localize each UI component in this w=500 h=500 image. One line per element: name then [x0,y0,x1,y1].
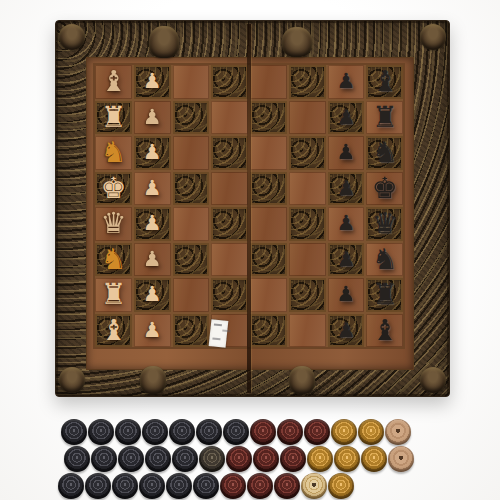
square-a6[interactable]: ♞ [95,136,132,170]
square-h1[interactable]: ♝ [366,314,403,348]
yellow-draughts-piece[interactable] [334,446,360,472]
maroon-draughts-piece[interactable] [247,473,273,499]
white-pawn-b7[interactable]: ♟ [143,107,162,128]
draughts-row-2 [64,445,414,472]
lot-sticker [209,319,229,348]
square-f2[interactable] [289,278,326,312]
white-pawn-b3[interactable]: ♟ [143,249,162,270]
yellow-draughts-piece[interactable] [307,446,333,472]
square-g1[interactable]: ♟ [328,314,365,348]
black-knight-h3[interactable]: ♞ [372,245,398,274]
white-bishop-a1[interactable]: ♝ [100,316,126,345]
white-rook-a2[interactable]: ♜ [100,280,126,309]
maroon-draughts-piece[interactable] [226,446,252,472]
maroon-draughts-piece[interactable] [277,419,303,445]
white-king-a5[interactable]: ♚ [100,174,126,203]
carved-corner-rosette [420,367,446,393]
square-h2[interactable]: ♜ [366,278,403,312]
square-c5[interactable] [173,172,210,206]
white-pawn-b8[interactable]: ♟ [143,71,162,92]
draughts-pieces-tray [58,418,414,499]
black-queen-h4[interactable]: ♛ [372,209,398,238]
black-king-h5[interactable]: ♚ [372,174,398,203]
square-f4[interactable] [289,207,326,241]
maroon-draughts-piece[interactable] [304,419,330,445]
square-h5[interactable]: ♚ [366,172,403,206]
black-pawn-g2[interactable]: ♟ [336,284,355,305]
square-f7[interactable] [289,101,326,135]
black-draughts-piece[interactable] [166,473,192,499]
carved-corner-rosette [59,24,85,50]
square-a4[interactable]: ♛ [95,207,132,241]
maroon-draughts-piece[interactable] [274,473,300,499]
square-g7[interactable]: ♟ [328,101,365,135]
carved-mask-ornament [149,26,179,58]
square-g5[interactable]: ♟ [328,172,365,206]
draughts-row-3 [58,472,414,499]
white-knight-a3[interactable]: ♞ [100,245,126,274]
white-bishop-a8[interactable]: ♝ [100,67,126,96]
yellow-draughts-piece[interactable] [361,446,387,472]
black-draughts-piece[interactable] [85,473,111,499]
square-e5[interactable] [250,172,287,206]
black-draughts-piece[interactable] [172,446,198,472]
black-bishop-h8[interactable]: ♝ [372,67,398,96]
black-draughts-piece[interactable] [145,446,171,472]
draughts-row-1 [61,418,414,445]
square-c2[interactable] [173,278,210,312]
square-f8[interactable] [289,65,326,99]
black-draughts-piece[interactable] [91,446,117,472]
square-e7[interactable] [250,101,287,135]
carved-corner-rosette [59,367,85,393]
square-g6[interactable]: ♟ [328,136,365,170]
black-draughts-piece[interactable] [112,473,138,499]
maroon-draughts-piece[interactable] [220,473,246,499]
square-h4[interactable]: ♛ [366,207,403,241]
square-f6[interactable] [289,136,326,170]
black-pawn-g1[interactable]: ♟ [336,320,355,341]
square-a2[interactable]: ♜ [95,278,132,312]
yellow-draughts-piece[interactable] [358,419,384,445]
black-pawn-g7[interactable]: ♟ [336,107,355,128]
pale-draughts-piece[interactable] [301,473,327,499]
square-g4[interactable]: ♟ [328,207,365,241]
square-b7[interactable]: ♟ [134,101,171,135]
square-d6[interactable] [211,136,248,170]
white-rook-a7[interactable]: ♜ [100,103,126,132]
black-draughts-piece[interactable] [196,419,222,445]
black-draughts-piece[interactable] [193,473,219,499]
square-g3[interactable]: ♟ [328,243,365,277]
square-b6[interactable]: ♟ [134,136,171,170]
white-pawn-b4[interactable]: ♟ [143,213,162,234]
square-b3[interactable]: ♟ [134,243,171,277]
square-f5[interactable] [289,172,326,206]
black-draughts-piece[interactable] [115,419,141,445]
square-a7[interactable]: ♜ [95,101,132,135]
maroon-draughts-piece[interactable] [253,446,279,472]
square-c1[interactable] [173,314,210,348]
square-f1[interactable] [289,314,326,348]
carved-mask-ornament [282,27,312,57]
black-pawn-g8[interactable]: ♟ [336,71,355,92]
photo-backdrop: ♝♟♟♝♜♟♟♜♞♟♟♞♚♟♟♚♛♟♟♛♞♟♟♞♜♟♟♜♝♟♟♝ [0,0,500,500]
square-g8[interactable]: ♟ [328,65,365,99]
carved-figure-ornament [289,366,315,394]
square-d5[interactable] [211,172,248,206]
carved-figure-ornament [140,366,166,394]
square-e8[interactable] [250,65,287,99]
black-pawn-g5[interactable]: ♟ [336,178,355,199]
black-draughts-piece[interactable] [118,446,144,472]
black-bishop-h1[interactable]: ♝ [372,316,398,345]
square-h6[interactable]: ♞ [366,136,403,170]
white-knight-a6[interactable]: ♞ [100,138,126,167]
square-d3[interactable] [211,243,248,277]
square-c4[interactable] [173,207,210,241]
square-e1[interactable] [250,314,287,348]
square-a3[interactable]: ♞ [95,243,132,277]
black-draughts-piece[interactable] [169,419,195,445]
square-d4[interactable] [211,207,248,241]
black-draughts-piece[interactable] [142,419,168,445]
black-draughts-piece[interactable] [58,473,84,499]
square-e4[interactable] [250,207,287,241]
yellow-draughts-piece[interactable] [331,419,357,445]
maroon-draughts-piece[interactable] [280,446,306,472]
square-a1[interactable]: ♝ [95,314,132,348]
square-c8[interactable] [173,65,210,99]
brown-draughts-piece[interactable] [199,446,225,472]
black-draughts-piece[interactable] [64,446,90,472]
square-f3[interactable] [289,243,326,277]
yellow-draughts-piece[interactable] [328,473,354,499]
black-draughts-piece[interactable] [88,419,114,445]
square-c6[interactable] [173,136,210,170]
white-pawn-b5[interactable]: ♟ [143,178,162,199]
black-pawn-g4[interactable]: ♟ [336,213,355,234]
black-knight-h6[interactable]: ♞ [372,138,398,167]
square-c7[interactable] [173,101,210,135]
white-queen-a4[interactable]: ♛ [100,209,126,238]
chess-board: ♝♟♟♝♜♟♟♜♞♟♟♞♚♟♟♚♛♟♟♛♞♟♟♞♜♟♟♜♝♟♟♝ [55,20,450,397]
square-e6[interactable] [250,136,287,170]
square-e3[interactable] [250,243,287,277]
black-draughts-piece[interactable] [139,473,165,499]
black-rook-h2[interactable]: ♜ [372,280,398,309]
black-pawn-g6[interactable]: ♟ [336,142,355,163]
square-a8[interactable]: ♝ [95,65,132,99]
natural-draughts-piece[interactable] [388,446,414,472]
square-e2[interactable] [250,278,287,312]
square-h8[interactable]: ♝ [366,65,403,99]
white-pawn-b6[interactable]: ♟ [143,142,162,163]
carved-corner-rosette [420,24,446,50]
black-pawn-g3[interactable]: ♟ [336,249,355,270]
maroon-draughts-piece[interactable] [250,419,276,445]
square-h3[interactable]: ♞ [366,243,403,277]
square-b8[interactable]: ♟ [134,65,171,99]
square-d8[interactable] [211,65,248,99]
black-rook-h7[interactable]: ♜ [372,103,398,132]
square-c3[interactable] [173,243,210,277]
square-b5[interactable]: ♟ [134,172,171,206]
board-hinge-seam [247,24,251,393]
black-draughts-piece[interactable] [223,419,249,445]
black-draughts-piece[interactable] [61,419,87,445]
square-b4[interactable]: ♟ [134,207,171,241]
white-pawn-b1[interactable]: ♟ [143,320,162,341]
square-g2[interactable]: ♟ [328,278,365,312]
square-h7[interactable]: ♜ [366,101,403,135]
square-d7[interactable] [211,101,248,135]
square-d2[interactable] [211,278,248,312]
square-b2[interactable]: ♟ [134,278,171,312]
white-pawn-b2[interactable]: ♟ [143,284,162,305]
square-b1[interactable]: ♟ [134,314,171,348]
square-a5[interactable]: ♚ [95,172,132,206]
natural-draughts-piece[interactable] [385,419,411,445]
